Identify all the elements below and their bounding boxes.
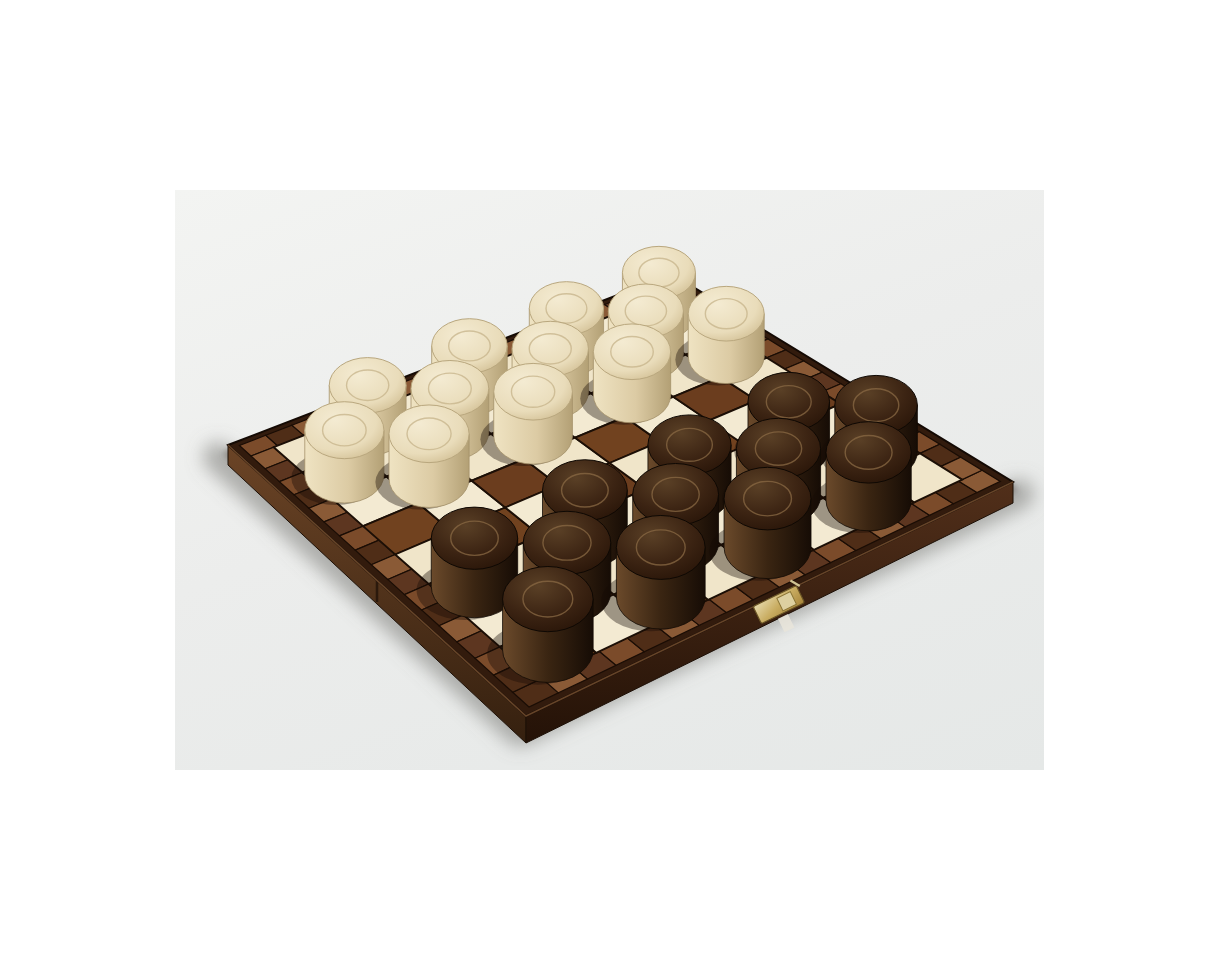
checkers-board-photo (175, 190, 1044, 770)
photo-backdrop (175, 190, 1044, 770)
